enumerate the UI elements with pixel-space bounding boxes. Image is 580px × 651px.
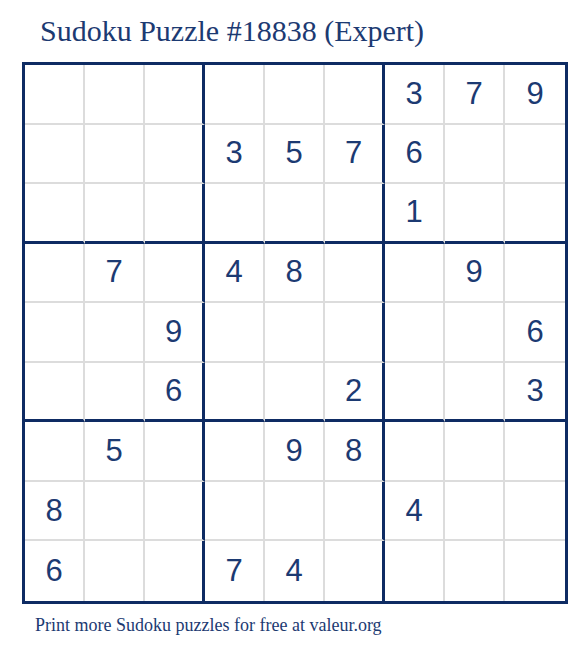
cell-r8c3[interactable] bbox=[145, 482, 205, 542]
cell-r9c8[interactable] bbox=[445, 541, 505, 601]
cell-r3c8[interactable] bbox=[445, 184, 505, 244]
cell-r4c3[interactable] bbox=[145, 244, 205, 304]
puzzle-title: Sudoku Puzzle #18838 (Expert) bbox=[40, 14, 424, 48]
cell-r1c2[interactable] bbox=[85, 65, 145, 125]
cell-r6c6[interactable]: 2 bbox=[325, 363, 385, 423]
cell-r4c1[interactable] bbox=[25, 244, 85, 304]
cell-r6c2[interactable] bbox=[85, 363, 145, 423]
cell-r6c5[interactable] bbox=[265, 363, 325, 423]
cell-r2c2[interactable] bbox=[85, 125, 145, 185]
cell-r6c4[interactable] bbox=[205, 363, 265, 423]
cell-r1c9[interactable]: 9 bbox=[505, 65, 565, 125]
cell-r9c7[interactable] bbox=[385, 541, 445, 601]
cell-r5c5[interactable] bbox=[265, 303, 325, 363]
cell-r3c2[interactable] bbox=[85, 184, 145, 244]
cell-r8c8[interactable] bbox=[445, 482, 505, 542]
cell-r1c7[interactable]: 3 bbox=[385, 65, 445, 125]
cell-r5c9[interactable]: 6 bbox=[505, 303, 565, 363]
cell-r3c5[interactable] bbox=[265, 184, 325, 244]
cell-r6c7[interactable] bbox=[385, 363, 445, 423]
cell-r6c3[interactable]: 6 bbox=[145, 363, 205, 423]
cell-r7c7[interactable] bbox=[385, 422, 445, 482]
cell-r3c1[interactable] bbox=[25, 184, 85, 244]
cell-r7c8[interactable] bbox=[445, 422, 505, 482]
cell-r2c8[interactable] bbox=[445, 125, 505, 185]
cell-r9c4[interactable]: 7 bbox=[205, 541, 265, 601]
cell-r7c4[interactable] bbox=[205, 422, 265, 482]
cell-r1c5[interactable] bbox=[265, 65, 325, 125]
cell-r7c3[interactable] bbox=[145, 422, 205, 482]
cell-r2c9[interactable] bbox=[505, 125, 565, 185]
cell-r5c3[interactable]: 9 bbox=[145, 303, 205, 363]
cell-r9c6[interactable] bbox=[325, 541, 385, 601]
cell-r9c5[interactable]: 4 bbox=[265, 541, 325, 601]
cell-r8c9[interactable] bbox=[505, 482, 565, 542]
cell-r5c6[interactable] bbox=[325, 303, 385, 363]
cell-r8c2[interactable] bbox=[85, 482, 145, 542]
cell-r6c8[interactable] bbox=[445, 363, 505, 423]
cell-r4c7[interactable] bbox=[385, 244, 445, 304]
cell-r3c7[interactable]: 1 bbox=[385, 184, 445, 244]
cell-r1c3[interactable] bbox=[145, 65, 205, 125]
footer-text: Print more Sudoku puzzles for free at va… bbox=[35, 615, 382, 636]
cell-r5c2[interactable] bbox=[85, 303, 145, 363]
cell-r4c8[interactable]: 9 bbox=[445, 244, 505, 304]
cell-r7c5[interactable]: 9 bbox=[265, 422, 325, 482]
cell-r6c9[interactable]: 3 bbox=[505, 363, 565, 423]
cell-r4c2[interactable]: 7 bbox=[85, 244, 145, 304]
cell-r7c2[interactable]: 5 bbox=[85, 422, 145, 482]
cell-r7c1[interactable] bbox=[25, 422, 85, 482]
cell-r2c5[interactable]: 5 bbox=[265, 125, 325, 185]
cell-r9c3[interactable] bbox=[145, 541, 205, 601]
cell-r2c4[interactable]: 3 bbox=[205, 125, 265, 185]
cell-r5c4[interactable] bbox=[205, 303, 265, 363]
cell-r9c2[interactable] bbox=[85, 541, 145, 601]
cell-r3c3[interactable] bbox=[145, 184, 205, 244]
cell-r2c1[interactable] bbox=[25, 125, 85, 185]
cell-r9c1[interactable]: 6 bbox=[25, 541, 85, 601]
cell-r7c6[interactable]: 8 bbox=[325, 422, 385, 482]
cell-r8c4[interactable] bbox=[205, 482, 265, 542]
cell-r5c7[interactable] bbox=[385, 303, 445, 363]
cell-r5c8[interactable] bbox=[445, 303, 505, 363]
cell-r1c4[interactable] bbox=[205, 65, 265, 125]
cell-r3c6[interactable] bbox=[325, 184, 385, 244]
cell-r2c7[interactable]: 6 bbox=[385, 125, 445, 185]
cell-r9c9[interactable] bbox=[505, 541, 565, 601]
cell-r8c6[interactable] bbox=[325, 482, 385, 542]
sudoku-grid: 3793576174899662359884674 bbox=[22, 62, 568, 604]
cell-r2c3[interactable] bbox=[145, 125, 205, 185]
cell-r7c9[interactable] bbox=[505, 422, 565, 482]
cell-r3c4[interactable] bbox=[205, 184, 265, 244]
cell-r5c1[interactable] bbox=[25, 303, 85, 363]
cell-r4c9[interactable] bbox=[505, 244, 565, 304]
cell-r6c1[interactable] bbox=[25, 363, 85, 423]
cell-r8c1[interactable]: 8 bbox=[25, 482, 85, 542]
cell-r8c7[interactable]: 4 bbox=[385, 482, 445, 542]
page: Sudoku Puzzle #18838 (Expert) 3793576174… bbox=[0, 0, 580, 651]
cell-r4c4[interactable]: 4 bbox=[205, 244, 265, 304]
cell-r1c1[interactable] bbox=[25, 65, 85, 125]
cell-r4c6[interactable] bbox=[325, 244, 385, 304]
cell-r8c5[interactable] bbox=[265, 482, 325, 542]
cell-r1c8[interactable]: 7 bbox=[445, 65, 505, 125]
cell-r1c6[interactable] bbox=[325, 65, 385, 125]
cell-r2c6[interactable]: 7 bbox=[325, 125, 385, 185]
cell-r3c9[interactable] bbox=[505, 184, 565, 244]
cell-r4c5[interactable]: 8 bbox=[265, 244, 325, 304]
